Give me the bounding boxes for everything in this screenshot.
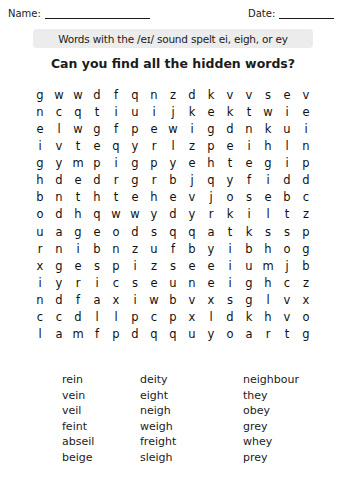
grid-cell[interactable]: k — [221, 104, 240, 121]
grid-cell[interactable]: p — [145, 155, 164, 172]
grid-cell[interactable]: c — [278, 275, 297, 292]
grid-cell[interactable]: w — [69, 121, 88, 138]
grid-cell[interactable]: r — [202, 207, 221, 224]
grid-cell[interactable]: i — [221, 241, 240, 258]
grid-cell[interactable]: i — [221, 275, 240, 292]
name-label: Name: — [8, 8, 41, 19]
grid-cell[interactable]: h — [259, 241, 278, 258]
grid-cell[interactable]: x — [107, 292, 126, 309]
grid-cell[interactable]: s — [221, 292, 240, 309]
grid-cell[interactable]: n — [183, 275, 202, 292]
word-item: deity — [140, 372, 243, 388]
grid-cell[interactable]: h — [259, 138, 278, 155]
word-item: weigh — [140, 419, 243, 435]
grid-cell[interactable]: s — [259, 224, 278, 241]
grid-cell[interactable]: t — [69, 138, 88, 155]
grid-cell[interactable]: d — [183, 87, 202, 104]
grid-cell[interactable]: g — [126, 172, 145, 189]
grid-cell[interactable]: c — [50, 309, 69, 326]
grid-cell[interactable]: e — [278, 87, 297, 104]
date-label: Date: — [248, 8, 275, 19]
grid-cell[interactable]: s — [145, 224, 164, 241]
grid-cell[interactable]: v — [278, 292, 297, 309]
grid-cell[interactable]: e — [221, 138, 240, 155]
grid-cell[interactable]: c — [297, 190, 316, 207]
word-list: reinveinveilfeintabseilbeige deityeightn… — [0, 372, 346, 465]
grid-cell[interactable]: e — [164, 190, 183, 207]
grid-cell[interactable]: k — [183, 104, 202, 121]
grid-cell[interactable]: e — [202, 275, 221, 292]
grid-cell[interactable]: d — [69, 309, 88, 326]
grid-cell[interactable]: i — [88, 275, 107, 292]
grid-cell[interactable]: d — [126, 224, 145, 241]
grid-cell[interactable]: t — [107, 190, 126, 207]
grid-cell[interactable]: e — [69, 258, 88, 275]
grid-cell[interactable]: w — [145, 292, 164, 309]
grid-cell[interactable]: l — [31, 326, 50, 343]
grid-cell[interactable]: z — [126, 241, 145, 258]
grid-cell[interactable]: e — [88, 224, 107, 241]
grid-cell[interactable]: g — [31, 155, 50, 172]
grid-cell[interactable]: e — [202, 258, 221, 275]
grid-cell[interactable]: i — [126, 292, 145, 309]
grid-cell[interactable]: g — [88, 121, 107, 138]
grid-cell[interactable]: p — [202, 138, 221, 155]
grid-cell[interactable]: o — [278, 241, 297, 258]
grid-cell[interactable]: e — [88, 138, 107, 155]
grid-cell[interactable]: e — [183, 258, 202, 275]
grid-cell[interactable]: y — [164, 155, 183, 172]
grid-cell[interactable]: g — [31, 87, 50, 104]
grid-cell[interactable]: f — [240, 172, 259, 189]
grid-cell[interactable]: d — [126, 326, 145, 343]
grid-cell[interactable]: q — [69, 104, 88, 121]
grid-cell[interactable]: w — [126, 207, 145, 224]
grid-cell[interactable]: j — [202, 190, 221, 207]
grid-cell[interactable]: b — [88, 241, 107, 258]
grid-cell[interactable]: b — [278, 190, 297, 207]
grid-cell[interactable]: c — [31, 309, 50, 326]
grid-cell[interactable]: p — [297, 224, 316, 241]
grid-cell[interactable]: n — [297, 138, 316, 155]
grid-cell[interactable]: v — [240, 87, 259, 104]
grid-cell[interactable]: u — [183, 326, 202, 343]
grid-cell[interactable]: m — [69, 155, 88, 172]
grid-cell[interactable]: n — [145, 87, 164, 104]
grid-cell[interactable]: g — [202, 121, 221, 138]
grid-cell[interactable]: d — [88, 172, 107, 189]
grid-cell[interactable]: i — [145, 104, 164, 121]
grid-cell[interactable]: y — [202, 241, 221, 258]
grid-cell[interactable]: c — [50, 104, 69, 121]
grid-cell[interactable]: l — [88, 309, 107, 326]
grid-cell[interactable]: b — [297, 258, 316, 275]
grid-cell[interactable]: t — [221, 224, 240, 241]
grid-cell[interactable]: n — [107, 241, 126, 258]
grid-cell[interactable]: t — [240, 104, 259, 121]
grid-cell[interactable]: h — [259, 275, 278, 292]
word-item: grey — [243, 419, 346, 435]
word-list-column-3: neighbourtheyobeygreywheyprey — [243, 372, 346, 465]
grid-cell[interactable]: f — [69, 292, 88, 309]
grid-cell[interactable]: d — [50, 207, 69, 224]
grid-cell[interactable]: e — [145, 275, 164, 292]
grid-cell[interactable]: y — [145, 207, 164, 224]
grid-cell[interactable]: i — [107, 155, 126, 172]
grid-cell[interactable]: r — [145, 172, 164, 189]
grid-cell[interactable]: d — [278, 172, 297, 189]
grid-cell[interactable]: q — [107, 138, 126, 155]
grid-cell[interactable]: k — [240, 224, 259, 241]
word-item: neighbour — [243, 372, 346, 388]
grid-cell[interactable]: d — [164, 207, 183, 224]
grid-cell[interactable]: n — [240, 121, 259, 138]
grid-cell[interactable]: f — [164, 241, 183, 258]
grid-cell[interactable]: v — [278, 309, 297, 326]
grid-cell[interactable]: i — [240, 207, 259, 224]
grid-cell[interactable]: z — [183, 138, 202, 155]
grid-cell[interactable]: i — [31, 275, 50, 292]
grid-cell[interactable]: t — [278, 326, 297, 343]
grid-cell[interactable]: d — [88, 87, 107, 104]
grid-cell[interactable]: d — [221, 309, 240, 326]
grid-cell[interactable]: a — [202, 224, 221, 241]
grid-cell[interactable]: e — [69, 172, 88, 189]
word-item: they — [243, 388, 346, 404]
word-item: veil — [62, 403, 140, 419]
grid-cell[interactable]: l — [259, 292, 278, 309]
grid-cell[interactable]: s — [259, 87, 278, 104]
grid-cell[interactable]: j — [278, 258, 297, 275]
grid-cell[interactable]: u — [126, 104, 145, 121]
grid-cell[interactable]: i — [183, 121, 202, 138]
name-blank-line[interactable] — [45, 6, 150, 19]
grid-cell[interactable]: h — [69, 207, 88, 224]
grid-cell[interactable]: b — [240, 241, 259, 258]
grid-cell[interactable]: i — [278, 104, 297, 121]
grid-cell[interactable]: e — [259, 190, 278, 207]
grid-cell[interactable]: n — [50, 241, 69, 258]
grid-cell[interactable]: c — [107, 275, 126, 292]
grid-cell[interactable]: e — [297, 104, 316, 121]
grid-cell[interactable]: y — [183, 207, 202, 224]
subtitle: Can you find all the hidden words? — [0, 56, 346, 71]
grid-cell[interactable]: f — [107, 87, 126, 104]
grid-cell[interactable]: r — [145, 138, 164, 155]
grid-cell[interactable]: b — [164, 292, 183, 309]
word-item: beige — [62, 450, 140, 466]
word-item: eight — [140, 388, 243, 404]
word-item: abseil — [62, 434, 140, 450]
grid-cell[interactable]: r — [69, 275, 88, 292]
grid-cell[interactable]: z — [297, 275, 316, 292]
grid-cell[interactable]: g — [240, 292, 259, 309]
grid-cell[interactable]: o — [297, 309, 316, 326]
grid-cell[interactable]: w — [50, 87, 69, 104]
grid-cell[interactable]: t — [221, 155, 240, 172]
grid-cell[interactable]: e — [240, 155, 259, 172]
date-blank-line[interactable] — [279, 6, 334, 19]
grid-cell[interactable]: v — [297, 87, 316, 104]
grid-cell[interactable]: z — [297, 207, 316, 224]
grid-cell[interactable]: w — [164, 121, 183, 138]
grid-cell[interactable]: p — [164, 309, 183, 326]
grid-cell[interactable]: h — [31, 172, 50, 189]
word-item: rein — [62, 372, 140, 388]
grid-cell[interactable]: b — [164, 172, 183, 189]
grid-cell[interactable]: d — [221, 121, 240, 138]
grid-cell[interactable]: q — [164, 326, 183, 343]
grid-cell[interactable]: s — [126, 275, 145, 292]
grid-cell[interactable]: u — [145, 241, 164, 258]
grid-cell[interactable]: p — [297, 155, 316, 172]
grid-cell[interactable]: m — [69, 326, 88, 343]
grid-cell[interactable]: v — [183, 292, 202, 309]
grid-cell[interactable]: u — [31, 224, 50, 241]
grid-cell[interactable]: q — [145, 326, 164, 343]
grid-cell[interactable]: a — [240, 326, 259, 343]
grid-cell[interactable]: w — [69, 87, 88, 104]
grid-cell[interactable]: u — [164, 275, 183, 292]
grid-cell[interactable]: r — [259, 326, 278, 343]
grid-cell[interactable]: l — [202, 309, 221, 326]
grid-cell[interactable]: x — [297, 292, 316, 309]
grid-cell[interactable]: s — [164, 258, 183, 275]
grid-cell[interactable]: x — [183, 309, 202, 326]
grid-cell[interactable]: n — [31, 292, 50, 309]
grid-cell[interactable]: p — [126, 309, 145, 326]
grid-cell[interactable]: o — [221, 190, 240, 207]
grid-cell[interactable]: k — [259, 121, 278, 138]
grid-cell[interactable]: v — [221, 87, 240, 104]
grid-cell[interactable]: g — [240, 275, 259, 292]
word-item: obey — [243, 403, 346, 419]
word-list-column-2: deityeightneighweighfreightsleigh — [140, 372, 243, 465]
grid-cell[interactable]: r — [107, 172, 126, 189]
grid-cell[interactable]: b — [183, 241, 202, 258]
grid-cell[interactable]: o — [107, 224, 126, 241]
grid-cell[interactable]: x — [202, 292, 221, 309]
grid-cell[interactable]: n — [31, 104, 50, 121]
grid-cell[interactable]: w — [259, 104, 278, 121]
grid-cell[interactable]: w — [107, 207, 126, 224]
grid-cell[interactable]: n — [50, 190, 69, 207]
word-item: sleigh — [140, 450, 243, 466]
grid-cell[interactable]: g — [297, 326, 316, 343]
grid-cell[interactable]: g — [297, 241, 316, 258]
grid-cell[interactable]: c — [145, 309, 164, 326]
grid-cell[interactable]: k — [202, 87, 221, 104]
grid-cell[interactable]: q — [202, 172, 221, 189]
grid-cell[interactable]: i — [278, 155, 297, 172]
grid-cell[interactable]: p — [107, 258, 126, 275]
grid-cell[interactable]: a — [50, 224, 69, 241]
grid-cell[interactable]: j — [164, 104, 183, 121]
grid-cell[interactable]: s — [88, 258, 107, 275]
grid-cell[interactable]: e — [183, 155, 202, 172]
grid-cell[interactable]: t — [88, 104, 107, 121]
grid-cell[interactable]: g — [126, 155, 145, 172]
grid-cell[interactable]: y — [221, 172, 240, 189]
grid-cell[interactable]: y — [202, 326, 221, 343]
word-item: neigh — [140, 403, 243, 419]
grid-cell[interactable]: v — [183, 190, 202, 207]
grid-cell[interactable]: f — [107, 121, 126, 138]
word-item: freight — [140, 434, 243, 450]
grid-cell[interactable]: o — [221, 326, 240, 343]
grid-cell[interactable]: q — [164, 224, 183, 241]
grid-cell[interactable]: t — [69, 190, 88, 207]
grid-cell[interactable]: h — [145, 190, 164, 207]
grid-cell[interactable]: u — [278, 121, 297, 138]
grid-cell[interactable]: y — [50, 155, 69, 172]
word-item: prey — [243, 450, 346, 466]
word-item: feint — [62, 419, 140, 435]
grid-cell[interactable]: l — [107, 309, 126, 326]
grid-cell[interactable]: e — [31, 121, 50, 138]
grid-cell[interactable]: q — [88, 207, 107, 224]
grid-cell[interactable]: i — [259, 172, 278, 189]
grid-cell[interactable]: e — [126, 190, 145, 207]
grid-cell[interactable]: o — [31, 207, 50, 224]
grid-cell[interactable]: a — [88, 292, 107, 309]
grid-cell[interactable]: b — [31, 190, 50, 207]
name-field: Name: — [8, 6, 150, 19]
grid-cell[interactable]: l — [259, 207, 278, 224]
grid-cell[interactable]: l — [278, 138, 297, 155]
grid-cell[interactable]: h — [259, 309, 278, 326]
grid-cell[interactable]: a — [50, 326, 69, 343]
grid-cell[interactable]: s — [240, 190, 259, 207]
grid-cell[interactable]: l — [164, 138, 183, 155]
grid-cell[interactable]: t — [278, 207, 297, 224]
grid-cell[interactable]: d — [50, 292, 69, 309]
grid-cell[interactable]: d — [297, 172, 316, 189]
grid-cell[interactable]: s — [278, 224, 297, 241]
grid-cell[interactable]: i — [221, 258, 240, 275]
grid-cell[interactable]: f — [88, 326, 107, 343]
grid-cell[interactable]: z — [145, 258, 164, 275]
grid-cell[interactable]: x — [31, 258, 50, 275]
date-field: Date: — [248, 6, 334, 19]
word-item: whey — [243, 434, 346, 450]
grid-cell[interactable]: p — [88, 155, 107, 172]
grid-cell[interactable]: m — [259, 258, 278, 275]
grid-cell[interactable]: h — [88, 190, 107, 207]
grid-cell[interactable]: h — [202, 155, 221, 172]
grid-cell[interactable]: d — [50, 172, 69, 189]
header-bar: Name: Date: — [8, 6, 334, 19]
grid-cell[interactable]: e — [202, 104, 221, 121]
grid-cell[interactable]: v — [50, 138, 69, 155]
grid-cell[interactable]: y — [50, 275, 69, 292]
grid-cell[interactable]: k — [240, 309, 259, 326]
grid-cell[interactable]: k — [221, 207, 240, 224]
grid-cell[interactable]: i — [31, 138, 50, 155]
grid-cell[interactable]: g — [50, 258, 69, 275]
grid-cell[interactable]: g — [69, 224, 88, 241]
grid-cell[interactable]: u — [240, 258, 259, 275]
grid-cell[interactable]: j — [183, 172, 202, 189]
grid-cell[interactable]: q — [183, 224, 202, 241]
grid-cell[interactable]: i — [126, 258, 145, 275]
grid-cell[interactable]: z — [164, 87, 183, 104]
grid-cell[interactable]: p — [107, 326, 126, 343]
word-list-column-1: reinveinveilfeintabseilbeige — [62, 372, 140, 465]
title-banner: Words with the /eɪ/ sound spelt ei, eigh… — [33, 29, 313, 48]
grid-cell[interactable]: q — [126, 87, 145, 104]
grid-cell[interactable]: i — [107, 104, 126, 121]
grid-cell[interactable]: p — [126, 121, 145, 138]
grid-cell[interactable]: g — [259, 155, 278, 172]
grid-cell[interactable]: i — [297, 121, 316, 138]
grid-cell[interactable]: i — [240, 138, 259, 155]
grid-cell[interactable]: l — [50, 121, 69, 138]
grid-cell[interactable]: i — [69, 241, 88, 258]
word-search-grid[interactable]: gwwdfqnzdkvvsevncqtiuijkektwieelwgfpewig… — [31, 87, 316, 343]
worksheet-title: Words with the /eɪ/ sound spelt ei, eigh… — [58, 33, 288, 45]
grid-cell[interactable]: y — [126, 138, 145, 155]
grid-cell[interactable]: r — [31, 241, 50, 258]
word-item: vein — [62, 388, 140, 404]
grid-cell[interactable]: e — [145, 121, 164, 138]
